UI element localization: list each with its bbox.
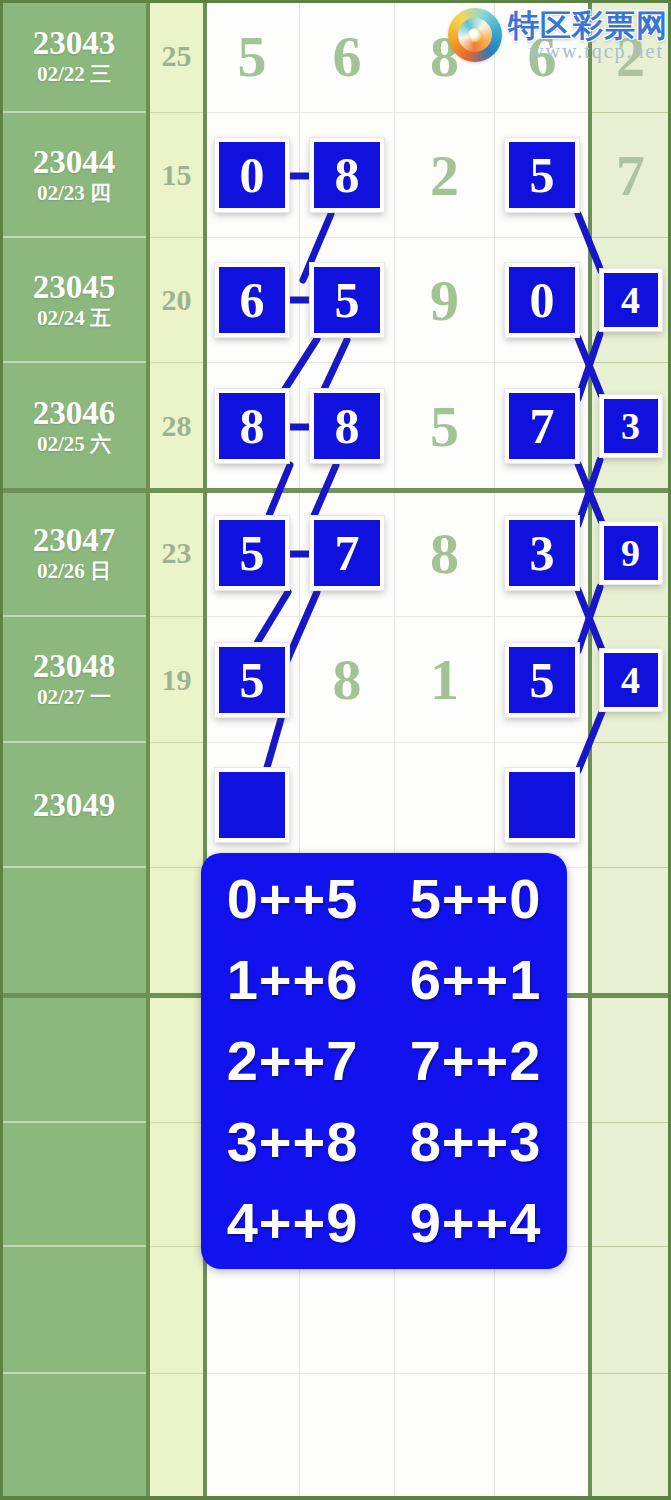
legend-item: 7++2 <box>410 1033 542 1089</box>
frame-top <box>0 0 671 3</box>
period-cell: 2304802/27 一 <box>0 617 148 743</box>
digit-cell: 6 <box>205 238 300 363</box>
digit-cell: 7 <box>590 113 671 238</box>
period-number: 23047 <box>33 522 116 558</box>
period-cell: 23049 <box>0 743 148 868</box>
highlight-box: 5 <box>505 643 579 717</box>
highlight-box: 3 <box>600 395 662 457</box>
prediction-box <box>505 768 579 842</box>
column-divider <box>146 0 150 1500</box>
highlight-box: 8 <box>215 389 289 463</box>
digit-cell <box>590 1374 671 1500</box>
digit-cell <box>395 743 495 868</box>
lottery-trend-chart: 2304302/22 三25568622304402/23 四150825723… <box>0 0 671 1500</box>
logo-swirl-icon <box>448 8 502 62</box>
sum-cell <box>148 868 205 995</box>
highlight-box: 7 <box>505 389 579 463</box>
digit-cell: 7 <box>495 363 590 490</box>
period-number: 23048 <box>33 648 116 684</box>
digit-cell <box>495 1374 590 1500</box>
pairing-legend-panel: 0++55++01++66++12++77++23++88++34++99++4 <box>201 853 567 1269</box>
digit-cell: 5 <box>205 0 300 113</box>
highlight-box: 5 <box>505 138 579 212</box>
sum-cell <box>148 743 205 868</box>
period-number: 23045 <box>33 269 116 305</box>
highlight-box: 7 <box>310 516 384 590</box>
period-cell <box>0 1247 148 1374</box>
period-number: 23043 <box>33 25 116 61</box>
digit-cell: 8 <box>205 363 300 490</box>
digit-cell: 4 <box>590 617 671 743</box>
frame-bottom <box>0 1496 671 1500</box>
highlight-box: 8 <box>310 389 384 463</box>
sum-value: 23 <box>162 536 192 570</box>
highlight-box: 4 <box>600 269 662 331</box>
period-cell: 2304602/25 六 <box>0 363 148 490</box>
digit-value: 1 <box>430 646 459 713</box>
digit-cell: 5 <box>495 617 590 743</box>
sum-cell: 20 <box>148 238 205 363</box>
sum-cell <box>148 995 205 1123</box>
digit-cell <box>590 995 671 1123</box>
digit-cell <box>395 1374 495 1500</box>
digit-cell <box>590 1123 671 1247</box>
sum-cell <box>148 1374 205 1500</box>
frame-left <box>0 0 3 1500</box>
sum-cell: 23 <box>148 490 205 617</box>
digit-cell: 0 <box>495 238 590 363</box>
sum-value: 15 <box>162 158 192 192</box>
digit-cell: 5 <box>495 113 590 238</box>
section-divider <box>0 488 671 493</box>
highlight-box: 6 <box>215 263 289 337</box>
draw-date: 02/26 日 <box>37 558 111 584</box>
draw-date: 02/24 五 <box>37 305 111 331</box>
digit-cell: 1 <box>395 617 495 743</box>
digit-cell: 8 <box>300 617 395 743</box>
digit-value: 9 <box>430 267 459 334</box>
period-cell: 2304502/24 五 <box>0 238 148 363</box>
digit-cell <box>590 1247 671 1374</box>
highlight-box: 5 <box>310 263 384 337</box>
highlight-box: 0 <box>215 138 289 212</box>
digit-value: 6 <box>333 23 362 90</box>
period-cell: 2304302/22 三 <box>0 0 148 113</box>
digit-cell <box>205 1374 300 1500</box>
site-logo: 特区彩票网 www.tqcp.net <box>448 8 668 63</box>
legend-item: 2++7 <box>227 1033 359 1089</box>
sum-cell: 15 <box>148 113 205 238</box>
digit-cell: 8 <box>300 363 395 490</box>
highlight-box: 8 <box>310 138 384 212</box>
sum-cell <box>148 1247 205 1374</box>
digit-value: 5 <box>430 393 459 460</box>
digit-value: 5 <box>238 23 267 90</box>
sum-value: 28 <box>162 409 192 443</box>
sum-cell: 28 <box>148 363 205 490</box>
digit-cell: 7 <box>300 490 395 617</box>
digit-cell: 8 <box>395 490 495 617</box>
digit-value: 8 <box>333 646 362 713</box>
digit-cell <box>590 868 671 995</box>
sum-value: 20 <box>162 283 192 317</box>
period-cell: 2304702/26 日 <box>0 490 148 617</box>
legend-item: 4++9 <box>227 1195 359 1251</box>
highlight-box: 0 <box>505 263 579 337</box>
sum-value: 25 <box>162 39 192 73</box>
sum-cell: 25 <box>148 0 205 113</box>
site-title: 特区彩票网 <box>508 8 668 42</box>
period-number: 23049 <box>33 787 116 823</box>
draw-date: 02/27 一 <box>37 684 111 710</box>
digit-cell <box>300 1374 395 1500</box>
highlight-box: 9 <box>600 522 662 584</box>
digit-cell <box>205 743 300 868</box>
sum-cell: 19 <box>148 617 205 743</box>
digit-cell: 4 <box>590 238 671 363</box>
digit-cell: 5 <box>300 238 395 363</box>
digit-value: 7 <box>616 142 645 209</box>
digit-cell: 9 <box>395 238 495 363</box>
legend-item: 0++5 <box>227 871 359 927</box>
digit-cell: 5 <box>395 363 495 490</box>
column-divider <box>203 0 207 1500</box>
digit-cell: 6 <box>300 0 395 113</box>
site-watermark: www.tqcp.net <box>529 40 664 63</box>
draw-date: 02/25 六 <box>37 431 111 457</box>
legend-item: 5++0 <box>410 871 542 927</box>
digit-cell <box>590 743 671 868</box>
period-cell <box>0 1123 148 1247</box>
legend-item: 1++6 <box>227 952 359 1008</box>
draw-date: 02/22 三 <box>37 61 111 87</box>
legend-item: 9++4 <box>410 1195 542 1251</box>
period-cell <box>0 1374 148 1500</box>
digit-cell: 2 <box>395 113 495 238</box>
digit-cell: 9 <box>590 490 671 617</box>
digit-cell <box>495 743 590 868</box>
period-number: 23046 <box>33 395 116 431</box>
period-cell <box>0 868 148 995</box>
digit-cell: 5 <box>205 490 300 617</box>
digit-cell: 3 <box>495 490 590 617</box>
column-divider <box>588 0 592 1500</box>
legend-item: 3++8 <box>227 1114 359 1170</box>
digit-cell: 0 <box>205 113 300 238</box>
period-cell <box>0 995 148 1123</box>
legend-item: 6++1 <box>410 952 542 1008</box>
highlight-box: 5 <box>215 516 289 590</box>
digit-value: 8 <box>430 520 459 587</box>
digit-cell <box>300 743 395 868</box>
highlight-box: 4 <box>600 649 662 711</box>
trend-grid: 2304302/22 三25568622304402/23 四150825723… <box>0 0 671 1500</box>
digit-value: 2 <box>430 142 459 209</box>
digit-cell: 3 <box>590 363 671 490</box>
highlight-box: 3 <box>505 516 579 590</box>
period-number: 23044 <box>33 144 116 180</box>
highlight-box: 5 <box>215 643 289 717</box>
legend-item: 8++3 <box>410 1114 542 1170</box>
draw-date: 02/23 四 <box>37 180 111 206</box>
sum-cell <box>148 1123 205 1247</box>
digit-cell: 5 <box>205 617 300 743</box>
period-cell: 2304402/23 四 <box>0 113 148 238</box>
sum-value: 19 <box>162 663 192 697</box>
prediction-box <box>215 768 289 842</box>
digit-cell: 8 <box>300 113 395 238</box>
